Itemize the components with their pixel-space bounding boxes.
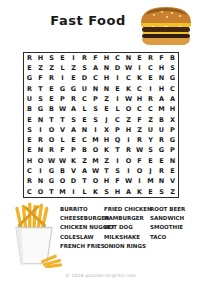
word-list-item: SANDWICH — [150, 214, 188, 223]
grid-cell[interactable]: T — [46, 187, 57, 197]
grid-cell[interactable]: S — [145, 146, 156, 156]
grid-cell[interactable]: R — [123, 146, 134, 156]
grid-cell[interactable]: D — [112, 63, 123, 73]
grid-cell[interactable]: S — [35, 94, 46, 104]
grid-cell[interactable]: D — [79, 74, 90, 84]
grid-cell[interactable]: L — [57, 63, 68, 73]
grid-cell[interactable]: E — [68, 74, 79, 84]
grid-cell[interactable]: W — [123, 94, 134, 104]
grid-cell[interactable]: T — [57, 115, 68, 125]
grid-cell[interactable]: Z — [134, 125, 145, 135]
grid-cell[interactable]: E — [24, 135, 35, 145]
grid-cell[interactable]: S — [24, 125, 35, 135]
grid-cell[interactable]: O — [90, 176, 101, 186]
french-fries-icon — [6, 200, 62, 268]
word-list-column-2: FRIED CHICKENHAMBURGERHOT DOGMILKSHAKEON… — [104, 205, 150, 251]
grid-cell[interactable]: E — [24, 63, 35, 73]
grid-cell[interactable]: O — [35, 187, 46, 197]
word-list-item: HAMBURGER — [104, 214, 150, 223]
grid-cell[interactable]: N — [35, 176, 46, 186]
word-list-item: MILKSHAKE — [104, 233, 150, 242]
grid-cell[interactable]: R — [46, 146, 57, 156]
grid-cell[interactable]: P — [57, 94, 68, 104]
grid-cell[interactable]: I — [57, 74, 68, 84]
grid-cell[interactable]: H — [167, 104, 178, 114]
grid-cell[interactable]: T — [101, 166, 112, 176]
grid-cell[interactable]: S — [112, 166, 123, 176]
grid-cell[interactable]: G — [68, 84, 79, 94]
grid-cell[interactable]: H — [101, 135, 112, 145]
grid-cell[interactable]: M — [145, 176, 156, 186]
grid-cell[interactable]: Z — [167, 187, 178, 197]
grid-cell[interactable]: O — [123, 156, 134, 166]
grid-cell[interactable]: D — [68, 176, 79, 186]
grid-cell[interactable]: I — [123, 166, 134, 176]
grid-cell[interactable]: F — [134, 156, 145, 166]
grid-cell[interactable]: N — [156, 74, 167, 84]
grid-cell[interactable]: C — [79, 94, 90, 104]
grid-cell[interactable]: F — [90, 53, 101, 63]
grid-cell[interactable]: E — [46, 94, 57, 104]
grid-cell[interactable]: P — [90, 94, 101, 104]
grid-cell[interactable]: A — [156, 94, 167, 104]
word-list: BURRITOCHEESEBURGERCHICKEN NUGGETCOLESLA… — [60, 205, 188, 251]
grid-cell[interactable]: K — [134, 74, 145, 84]
worksheet-page: Fast Food RHSEIRFHCNERFBEZZLZSANDWICHSGF… — [0, 0, 201, 282]
grid-cell[interactable]: T — [112, 146, 123, 156]
grid-cell[interactable]: N — [35, 115, 46, 125]
grid-cell[interactable]: A — [167, 94, 178, 104]
grid-cell[interactable]: Z — [101, 156, 112, 166]
grid-cell[interactable]: E — [57, 53, 68, 63]
page-title: Fast Food — [36, 13, 140, 28]
grid-cell[interactable]: E — [112, 84, 123, 94]
grid-cell[interactable]: J — [145, 166, 156, 176]
grid-cell[interactable]: T — [35, 84, 46, 94]
grid-cell[interactable]: O — [46, 135, 57, 145]
hamburger-icon — [136, 2, 196, 46]
grid-cell[interactable]: G — [57, 84, 68, 94]
grid-cell[interactable]: Z — [101, 94, 112, 104]
grid-cell[interactable]: N — [90, 84, 101, 94]
grid-cell[interactable]: E — [134, 53, 145, 63]
grid-cell[interactable]: C — [112, 53, 123, 63]
grid-cell[interactable]: C — [134, 104, 145, 114]
grid-cell[interactable]: M — [90, 156, 101, 166]
grid-cell[interactable]: R — [145, 53, 156, 63]
grid-cell[interactable]: H — [101, 176, 112, 186]
grid-cell[interactable]: B — [57, 166, 68, 176]
grid-cell[interactable]: R — [156, 135, 167, 145]
grid-cell[interactable]: G — [156, 146, 167, 156]
grid-cell[interactable]: Z — [79, 156, 90, 166]
grid-cell[interactable]: Z — [145, 115, 156, 125]
grid-cell[interactable]: E — [79, 115, 90, 125]
word-list-item: ONION RINGS — [104, 242, 150, 251]
grid-cell[interactable]: R — [24, 84, 35, 94]
grid-cell[interactable]: I — [134, 63, 145, 73]
word-list-item: FRIED CHICKEN — [104, 205, 150, 214]
grid-cell[interactable]: I — [35, 125, 46, 135]
grid-cell[interactable]: X — [101, 125, 112, 135]
grid-cell[interactable]: Z — [68, 63, 79, 73]
word-list-item: COLESLAW — [60, 233, 104, 242]
grid-cell[interactable]: U — [24, 94, 35, 104]
grid-cell[interactable]: M — [90, 135, 101, 145]
word-list-item: FRENCH FRIES — [60, 242, 104, 251]
grid-cell[interactable]: F — [156, 53, 167, 63]
grid-cell[interactable]: N — [156, 176, 167, 186]
grid-cell[interactable]: H — [123, 125, 134, 135]
grid-cell[interactable]: A — [79, 166, 90, 176]
grid-cell[interactable]: O — [134, 166, 145, 176]
grid-cell[interactable]: K — [101, 146, 112, 156]
grid-cell[interactable]: S — [101, 187, 112, 197]
grid-cell[interactable]: Z — [123, 115, 134, 125]
grid-cell[interactable]: O — [90, 146, 101, 156]
grid-cell[interactable]: R — [46, 74, 57, 84]
grid-cell[interactable]: E — [167, 166, 178, 176]
grid-cell[interactable]: P — [68, 146, 79, 156]
word-list-item: HOT DOG — [104, 223, 150, 232]
word-list-item: SMOOTHIE — [150, 223, 188, 232]
grid-cell[interactable]: S — [68, 115, 79, 125]
grid-cell[interactable]: K — [68, 156, 79, 166]
grid-cell[interactable]: H — [112, 187, 123, 197]
grid-cell[interactable]: C — [145, 63, 156, 73]
grid-cell[interactable]: F — [57, 146, 68, 156]
grid-cell[interactable]: Z — [46, 63, 57, 73]
grid-cell[interactable]: G — [167, 135, 178, 145]
grid-cell[interactable]: H — [24, 156, 35, 166]
grid-cell[interactable]: M — [156, 104, 167, 114]
grid-cell[interactable]: P — [112, 125, 123, 135]
grid-cell[interactable]: C — [24, 166, 35, 176]
grid-cell[interactable]: E — [24, 146, 35, 156]
grid-cell[interactable]: L — [79, 187, 90, 197]
grid-cell[interactable]: H — [134, 94, 145, 104]
grid-cell[interactable]: F — [134, 115, 145, 125]
grid-cell[interactable]: C — [24, 187, 35, 197]
grid-cell[interactable]: O — [123, 104, 134, 114]
grid-cell[interactable]: C — [145, 104, 156, 114]
grid-cell[interactable]: R — [24, 176, 35, 186]
grid-cell[interactable]: H — [35, 53, 46, 63]
grid-cell[interactable]: W — [123, 176, 134, 186]
grid-cell[interactable]: R — [24, 53, 35, 63]
grid-cell[interactable]: G — [24, 74, 35, 84]
grid-cell[interactable]: I — [90, 125, 101, 135]
grid-cell[interactable]: L — [57, 135, 68, 145]
grid-cell[interactable]: C — [123, 74, 134, 84]
grid-cell[interactable]: S — [46, 53, 57, 63]
grid-cell[interactable]: G — [35, 104, 46, 114]
grid-cell[interactable]: P — [167, 146, 178, 156]
grid-cell[interactable]: C — [112, 115, 123, 125]
grid-cell[interactable]: O — [35, 156, 46, 166]
grid-cell[interactable]: U — [145, 125, 156, 135]
grid-cell[interactable]: S — [167, 63, 178, 73]
grid-cell[interactable]: B — [46, 104, 57, 114]
grid-cell[interactable]: R — [79, 53, 90, 63]
grid-cell[interactable]: S — [90, 104, 101, 114]
grid-cell[interactable]: I — [134, 176, 145, 186]
grid-cell[interactable]: B — [167, 53, 178, 63]
grid-cell[interactable]: W — [123, 63, 134, 73]
grid-cell[interactable]: U — [79, 84, 90, 94]
grid-cell[interactable]: E — [145, 156, 156, 166]
grid-cell[interactable]: R — [68, 94, 79, 104]
grid-cell[interactable]: I — [112, 156, 123, 166]
grid-cell[interactable]: K — [123, 84, 134, 94]
grid-cell[interactable]: C — [79, 135, 90, 145]
grid-cell[interactable]: A — [90, 63, 101, 73]
grid-cell[interactable]: Z — [35, 63, 46, 73]
grid-cell[interactable]: R — [35, 135, 46, 145]
grid-cell[interactable]: X — [167, 115, 178, 125]
grid-cell[interactable]: R — [134, 135, 145, 145]
grid-cell[interactable]: L — [79, 104, 90, 114]
grid-cell[interactable]: I — [112, 74, 123, 84]
grid-cell[interactable]: I — [112, 94, 123, 104]
grid-cell[interactable]: A — [123, 187, 134, 197]
grid-cell[interactable]: H — [101, 53, 112, 63]
grid-cell[interactable]: G — [167, 74, 178, 84]
grid-cell[interactable]: F — [112, 176, 123, 186]
word-list-column-3: ROOT BEERSANDWICHSMOOTHIETACO — [150, 205, 188, 251]
grid-cell[interactable]: N — [167, 156, 178, 166]
grid-cell[interactable]: E — [68, 135, 79, 145]
grid-cell[interactable]: H — [156, 63, 167, 73]
grid-cell[interactable]: I — [68, 53, 79, 63]
word-list-item: TACO — [150, 233, 188, 242]
grid-cell[interactable]: E — [24, 115, 35, 125]
grid-cell[interactable]: A — [68, 104, 79, 114]
grid-cell[interactable]: W — [134, 146, 145, 156]
grid-cell[interactable]: L — [112, 104, 123, 114]
word-list-item: CHICKEN NUGGET — [60, 223, 104, 232]
copyright-text: © 2016 puzzles-to-print.com — [0, 273, 201, 278]
word-list-item: CHEESEBURGER — [60, 214, 104, 223]
grid-cell[interactable]: K — [134, 187, 145, 197]
grid-cell[interactable]: J — [101, 115, 112, 125]
word-list-column-1: BURRITOCHEESEBURGERCHICKEN NUGGETCOLESLA… — [60, 205, 104, 251]
grid-cell[interactable]: G — [46, 166, 57, 176]
grid-cell[interactable]: E — [145, 187, 156, 197]
grid-cell[interactable]: S — [90, 115, 101, 125]
grid-cell[interactable]: R — [145, 94, 156, 104]
grid-cell[interactable]: K — [90, 187, 101, 197]
grid-cell[interactable]: H — [101, 74, 112, 84]
grid-cell[interactable]: N — [123, 53, 134, 63]
grid-cell[interactable]: C — [134, 84, 145, 94]
grid-cell[interactable]: I — [123, 135, 134, 145]
grid-cell[interactable]: T — [79, 176, 90, 186]
grid-cell[interactable]: E — [145, 74, 156, 84]
grid-cell[interactable]: N — [35, 146, 46, 156]
grid-cell[interactable]: E — [46, 84, 57, 94]
grid-cell[interactable]: N — [101, 63, 112, 73]
grid-cell[interactable]: Q — [112, 135, 123, 145]
grid-cell[interactable]: N — [79, 125, 90, 135]
grid-cell[interactable]: G — [46, 176, 57, 186]
grid-cell[interactable]: O — [57, 176, 68, 186]
grid-cell[interactable]: B — [24, 104, 35, 114]
grid-cell[interactable]: W — [57, 104, 68, 114]
grid-cell[interactable]: B — [156, 115, 167, 125]
grid-cell[interactable]: S — [79, 63, 90, 73]
grid-cell[interactable]: H — [156, 84, 167, 94]
grid-cell[interactable]: U — [156, 125, 167, 135]
grid-cell[interactable]: V — [57, 125, 68, 135]
grid-cell[interactable]: I — [35, 166, 46, 176]
grid-cell[interactable]: R — [156, 166, 167, 176]
grid-cell[interactable]: F — [35, 74, 46, 84]
grid-cell[interactable]: C — [90, 74, 101, 84]
grid-cell[interactable]: V — [167, 176, 178, 186]
grid-cell[interactable]: O — [46, 125, 57, 135]
grid-cell[interactable]: E — [101, 104, 112, 114]
word-search-grid: RHSEIRFHCNERFBEZZLZSANDWICHSGFRIEDCHICKE… — [23, 52, 179, 198]
grid-cell[interactable]: N — [101, 84, 112, 94]
word-list-item: BURRITO — [60, 205, 104, 214]
grid-cell[interactable]: B — [79, 146, 90, 156]
grid-cell[interactable]: C — [167, 84, 178, 94]
grid-cell[interactable]: A — [68, 125, 79, 135]
grid-cell[interactable]: E — [156, 156, 167, 166]
grid-cell[interactable]: I — [68, 187, 79, 197]
grid-cell[interactable]: I — [145, 84, 156, 94]
grid-cell[interactable]: W — [46, 156, 57, 166]
grid-cell[interactable]: W — [57, 156, 68, 166]
grid-cell[interactable]: P — [167, 125, 178, 135]
grid-cell[interactable]: V — [68, 166, 79, 176]
grid-cell[interactable]: W — [90, 166, 101, 176]
grid-cell[interactable]: Y — [145, 135, 156, 145]
grid-cell[interactable]: T — [46, 115, 57, 125]
grid-cell[interactable]: S — [156, 187, 167, 197]
grid-cell[interactable]: M — [57, 187, 68, 197]
word-list-item: ROOT BEER — [150, 205, 188, 214]
